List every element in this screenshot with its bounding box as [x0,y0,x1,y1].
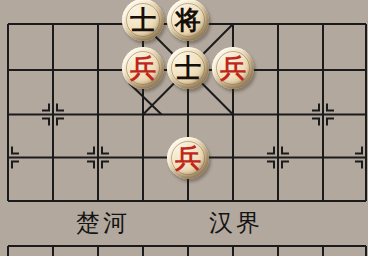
point-marker [282,162,289,169]
point-marker [267,162,274,169]
piece-black-advisor[interactable]: 士 [122,0,164,41]
point-marker [312,104,319,111]
point-marker [57,104,64,111]
black-piece-character: 将 [167,0,209,41]
piece-red-soldier[interactable]: 兵 [122,47,164,89]
red-piece-character: 兵 [122,47,164,89]
point-marker [327,119,334,126]
point-marker [267,147,274,154]
black-piece-character: 士 [167,47,209,89]
point-marker [87,162,94,169]
river-label-han-border: 汉界 [209,207,263,239]
piece-black-advisor[interactable]: 士 [167,47,209,89]
black-piece-character: 士 [122,0,164,41]
point-marker [57,119,64,126]
point-marker [355,147,362,154]
point-marker [12,162,19,169]
red-piece-character: 兵 [167,137,209,179]
xiangqi-board[interactable]: 楚河 汉界 士将兵士兵兵 [0,0,368,256]
point-marker [12,147,19,154]
point-marker [312,119,319,126]
point-marker [282,147,289,154]
river-label-chu-river: 楚河 [76,207,130,239]
point-marker [102,162,109,169]
piece-black-general[interactable]: 将 [167,0,209,41]
point-marker [355,162,362,169]
point-marker [42,104,49,111]
point-marker [102,147,109,154]
point-marker [87,147,94,154]
point-marker [327,104,334,111]
point-marker [42,119,49,126]
red-piece-character: 兵 [212,47,254,89]
piece-red-soldier[interactable]: 兵 [167,137,209,179]
piece-red-soldier[interactable]: 兵 [212,47,254,89]
